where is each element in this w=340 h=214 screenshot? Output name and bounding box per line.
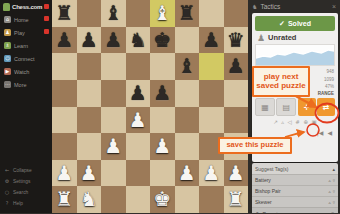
vote-down-icon[interactable]: ▿ (333, 178, 335, 183)
sidebar-item-play[interactable]: ♟Play (0, 26, 52, 39)
tag-label: Battery (255, 177, 271, 183)
square-d1[interactable] (126, 186, 151, 213)
black-pawn-g7[interactable]: ♟ (199, 27, 224, 54)
square-g7[interactable]: ♟ (199, 27, 224, 54)
report-right-icon: ◉ (330, 211, 335, 214)
square-e1[interactable]: ♚ (150, 186, 175, 213)
settings-icon[interactable]: ⊕ (303, 119, 308, 125)
white-pawn-b2[interactable]: ♟ (77, 160, 102, 187)
square-a2[interactable]: ♟ (52, 160, 77, 187)
save-callout: save this puzzle (218, 137, 292, 154)
white-pawn-h2[interactable]: ♟ (224, 160, 249, 187)
square-g6[interactable] (199, 53, 224, 80)
tag-label: Skewer (255, 199, 272, 205)
tag-label: Bishop Pair (255, 188, 281, 194)
tag-row-battery[interactable]: Battery▵▿ (252, 174, 338, 185)
report-icon: ⊘ (255, 211, 260, 214)
square-f3[interactable] (175, 133, 200, 160)
rating-graph (255, 44, 335, 66)
black-queen-h7[interactable]: ♛ (224, 27, 249, 54)
square-g8[interactable] (199, 0, 224, 27)
square-c7[interactable]: ♟ (101, 27, 126, 54)
solved-label: Solved (288, 20, 311, 27)
sidebar-item-more[interactable]: ⋯More (0, 78, 52, 91)
square-a7[interactable]: ♟ (52, 27, 77, 54)
left-sidebar: Chess.com ⌂Home♟Play♗Learn☺Connect▶Watch… (0, 0, 52, 213)
suggest-tags-title: Suggest Tag(s) (255, 166, 289, 172)
stats-range-label: RANGE (318, 91, 334, 96)
square-h6[interactable]: ♟ (224, 53, 249, 80)
black-pawn-e5[interactable]: ♟ (150, 80, 175, 107)
collapse-icon: ← (4, 167, 10, 174)
white-king-e1[interactable]: ♚ (150, 186, 175, 213)
flip-board-icon[interactable]: ▵ (281, 119, 284, 125)
square-b4[interactable] (77, 107, 102, 134)
square-c1[interactable] (101, 186, 126, 213)
back-icon[interactable]: ◁ (288, 119, 292, 125)
white-pawn-d4[interactable]: ♟ (126, 107, 151, 134)
suggest-tags-header[interactable]: Suggest Tag(s) ▴ (252, 163, 338, 174)
square-e4[interactable] (150, 107, 175, 134)
square-e7[interactable]: ♚ (150, 27, 175, 54)
watch-icon: ▶ (4, 68, 11, 75)
save-puzzle-icon[interactable]: ▣ (312, 119, 317, 125)
square-f5[interactable] (175, 80, 200, 107)
notification-badge (44, 29, 49, 34)
tag-row-skewer[interactable]: Skewer▵▿ (252, 196, 338, 207)
sidebar-item-label: Watch (14, 69, 29, 75)
square-c4[interactable] (101, 107, 126, 134)
square-c8[interactable]: ♝ (101, 0, 126, 27)
black-king-e7[interactable]: ♚ (150, 27, 175, 54)
square-g5[interactable] (199, 80, 224, 107)
tactics-knight-icon: ♞ (252, 3, 257, 10)
square-a1[interactable]: ♜ (52, 186, 77, 213)
black-pawn-b7[interactable]: ♟ (77, 27, 102, 54)
sidebar-item-label: Search (13, 190, 28, 195)
search-icon: ○ (4, 189, 10, 196)
sidebar-item-home[interactable]: ⌂Home (0, 13, 52, 26)
square-b7[interactable]: ♟ (77, 27, 102, 54)
square-h2[interactable]: ♟ (224, 160, 249, 187)
sidebar-item-label: Connect (14, 56, 35, 62)
chevron-up-icon: ▴ (332, 166, 335, 172)
white-knight-b1[interactable]: ♞ (77, 186, 102, 213)
stat-value: 948 (324, 68, 334, 76)
help-icon: ? (4, 200, 10, 207)
square-e5[interactable]: ♟ (150, 80, 175, 107)
white-bishop-e8[interactable]: ♝ (150, 0, 175, 27)
home-icon: ⌂ (4, 16, 11, 23)
notification-badge (44, 16, 49, 21)
panel-title: Tactics (260, 3, 280, 10)
sidebar-item-label: Play (14, 30, 25, 36)
white-rook-a1[interactable]: ♜ (52, 186, 77, 213)
solved-button[interactable]: ✓ Solved (255, 16, 335, 31)
square-b5[interactable] (77, 80, 102, 107)
sidebar-item-learn[interactable]: ♗Learn (0, 39, 52, 52)
first-move-button[interactable]: |◀ (317, 129, 324, 136)
square-c2[interactable] (101, 160, 126, 187)
black-pawn-h6[interactable]: ♟ (224, 53, 249, 80)
square-d4[interactable]: ♟ (126, 107, 151, 134)
square-f2[interactable]: ♟ (175, 160, 200, 187)
sidebar-item-search[interactable]: ○Search (0, 187, 52, 198)
vote-up-icon[interactable]: ▵ (328, 178, 330, 183)
white-pawn-e3[interactable]: ♟ (150, 133, 175, 160)
sidebar-item-label: Learn (14, 43, 28, 49)
play-icon: ♟ (4, 29, 11, 36)
sidebar-item-settings[interactable]: ⚙Settings (0, 176, 52, 187)
square-d6[interactable] (126, 53, 151, 80)
square-h4[interactable] (224, 107, 249, 134)
vote-down-icon[interactable]: ▿ (333, 200, 335, 205)
sidebar-item-label: Collapse (13, 168, 32, 173)
square-b8[interactable] (77, 0, 102, 27)
square-a4[interactable] (52, 107, 77, 134)
square-b3[interactable] (77, 133, 102, 160)
chesscom-logo[interactable]: Chess.com (0, 0, 52, 13)
stat-value: 47% (324, 83, 334, 91)
square-a8[interactable]: ♜ (52, 0, 77, 27)
square-f6[interactable]: ♝ (175, 53, 200, 80)
square-f1[interactable] (175, 186, 200, 213)
square-e2[interactable] (150, 160, 175, 187)
white-pawn-g2[interactable]: ♟ (199, 160, 224, 187)
sidebar-item-collapse[interactable]: ←Collapse (0, 165, 52, 176)
stats-button[interactable]: ▤ (276, 98, 296, 116)
sidebar-item-label: More (14, 82, 27, 88)
rating-label: Unrated (268, 33, 296, 42)
white-pawn-c3[interactable]: ♟ (101, 133, 126, 160)
square-b2[interactable]: ♟ (77, 160, 102, 187)
stat-value: 1099 (324, 76, 334, 84)
tactics-panel: ♞ Tactics × ✓ Solved ♟ Unrated 948109947… (248, 0, 340, 213)
suggest-tags-panel: Suggest Tag(s) ▴ Battery▵▿Bishop Pair▵▿S… (252, 163, 338, 213)
square-e8[interactable]: ♝ (150, 0, 175, 27)
tag-row-bishop-pair[interactable]: Bishop Pair▵▿ (252, 185, 338, 196)
square-g1[interactable] (199, 186, 224, 213)
notification-badge (44, 4, 49, 9)
next-saved-puzzle-button[interactable]: ⇄ (317, 98, 335, 116)
white-pawn-a2[interactable]: ♟ (52, 160, 77, 187)
black-rook-a8[interactable]: ♜ (52, 0, 77, 27)
white-pawn-f2[interactable]: ♟ (175, 160, 200, 187)
square-c6[interactable] (101, 53, 126, 80)
square-h8[interactable] (224, 0, 249, 27)
report-label: Report (263, 211, 278, 214)
square-f8[interactable]: ♜ (175, 0, 200, 27)
chess-board[interactable]: ♜♝♝♜♟♟♟♞♚♟♛♝♟♟♟♟♟♟♟♟♟♟♟♜♞♚♜ (52, 0, 248, 213)
tags-icon[interactable]: # (295, 119, 300, 125)
report-row[interactable]: ⊘ Report ◉ (252, 207, 338, 213)
square-a3[interactable] (52, 133, 77, 160)
square-d7[interactable]: ♞ (126, 27, 151, 54)
close-icon[interactable]: × (332, 3, 336, 10)
share-icon[interactable]: ↗ (273, 119, 278, 125)
sidebar-item-label: Settings (13, 179, 30, 184)
square-e6[interactable] (150, 53, 175, 80)
new-puzzle-button[interactable]: + (298, 98, 316, 116)
square-d3[interactable] (126, 133, 151, 160)
sidebar-item-help[interactable]: ?Help (0, 198, 52, 209)
square-c5[interactable] (101, 80, 126, 107)
black-pawn-d5[interactable]: ♟ (126, 80, 151, 107)
analysis-board-button[interactable]: ▦ (255, 98, 275, 116)
more-icon: ⋯ (4, 81, 11, 88)
square-d8[interactable] (126, 0, 151, 27)
vote-up-icon[interactable]: ▵ (328, 189, 330, 194)
square-c3[interactable]: ♟ (101, 133, 126, 160)
logo-pawn-icon (3, 3, 10, 11)
square-e3[interactable]: ♟ (150, 133, 175, 160)
square-a5[interactable] (52, 80, 77, 107)
square-b1[interactable]: ♞ (77, 186, 102, 213)
square-h7[interactable]: ♛ (224, 27, 249, 54)
connect-icon: ☺ (4, 55, 11, 62)
square-d5[interactable]: ♟ (126, 80, 151, 107)
vote-down-icon[interactable]: ▿ (333, 189, 335, 194)
black-bishop-c8[interactable]: ♝ (101, 0, 126, 27)
settings-icon: ⚙ (4, 178, 10, 185)
sidebar-item-watch[interactable]: ▶Watch (0, 65, 52, 78)
sidebar-item-label: Home (14, 17, 29, 23)
square-f4[interactable] (175, 107, 200, 134)
rating-pawn-icon: ♟ (257, 33, 265, 43)
check-icon: ✓ (279, 20, 285, 28)
square-g2[interactable]: ♟ (199, 160, 224, 187)
learn-icon: ♗ (4, 42, 11, 49)
sidebar-item-connect[interactable]: ☺Connect (0, 52, 52, 65)
square-d2[interactable] (126, 160, 151, 187)
prev-move-button[interactable]: ◀ (327, 129, 332, 136)
square-h1[interactable]: ♜ (224, 186, 249, 213)
black-bishop-f6[interactable]: ♝ (175, 53, 200, 80)
square-f7[interactable] (175, 27, 200, 54)
black-pawn-a7[interactable]: ♟ (52, 27, 77, 54)
square-h5[interactable] (224, 80, 249, 107)
black-knight-d7[interactable]: ♞ (126, 27, 151, 54)
black-pawn-c7[interactable]: ♟ (101, 27, 126, 54)
logo-text: Chess.com (12, 4, 42, 10)
black-rook-f8[interactable]: ♜ (175, 0, 200, 27)
white-rook-h1[interactable]: ♜ (224, 186, 249, 213)
vote-up-icon[interactable]: ▵ (328, 200, 330, 205)
square-b6[interactable] (77, 53, 102, 80)
sidebar-item-label: Help (13, 201, 23, 206)
square-a6[interactable] (52, 53, 77, 80)
play-next-callout: play next saved puzzle (252, 66, 310, 97)
square-g4[interactable] (199, 107, 224, 134)
